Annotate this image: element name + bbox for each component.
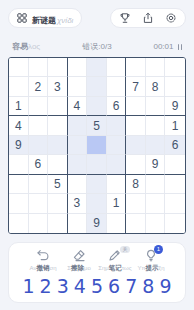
page-title-suffix: χνίδι	[57, 16, 73, 25]
sudoku-board: 23781469451966958319	[8, 57, 186, 234]
bottom-panel: Αν撤销ση Σ擦除μο 关 Σημ笔记τως 1	[8, 242, 186, 303]
sudoku-cell[interactable]	[9, 77, 29, 96]
sudoku-cell[interactable]	[68, 77, 88, 96]
sudoku-cell[interactable]	[107, 155, 127, 174]
sudoku-cell[interactable]	[126, 116, 146, 135]
page-title: 新谜题	[32, 16, 56, 25]
sudoku-cell[interactable]	[48, 136, 68, 155]
digit-button[interactable]: 3	[54, 275, 71, 297]
pause-button[interactable]	[178, 44, 183, 50]
sudoku-cell[interactable]	[126, 214, 146, 233]
sudoku-cell[interactable]: 8	[126, 175, 146, 194]
tool-bar: Αν撤销ση Σ擦除μο 关 Σημ笔记τως 1	[15, 249, 179, 272]
new-puzzle-button[interactable]: 新谜题χνίδι	[8, 8, 82, 28]
sudoku-cell[interactable]	[9, 194, 29, 213]
sudoku-cell[interactable]	[107, 77, 127, 96]
sudoku-cell[interactable]	[9, 58, 29, 77]
sudoku-cell[interactable]	[87, 155, 107, 174]
sudoku-cell[interactable]	[165, 58, 185, 77]
sudoku-cell[interactable]	[68, 214, 88, 233]
sudoku-cell[interactable]	[146, 136, 166, 155]
sudoku-cell[interactable]: 6	[107, 97, 127, 116]
top-actions	[110, 8, 186, 28]
sudoku-cell[interactable]	[29, 136, 49, 155]
sudoku-cell[interactable]	[126, 97, 146, 116]
undo-icon	[36, 249, 50, 262]
sudoku-cell[interactable]: 4	[68, 97, 88, 116]
sudoku-cell[interactable]	[68, 58, 88, 77]
sudoku-cell[interactable]	[48, 58, 68, 77]
settings-icon[interactable]	[165, 12, 177, 24]
sudoku-cell[interactable]: 7	[126, 77, 146, 96]
sudoku-cell[interactable]	[126, 194, 146, 213]
sudoku-cell[interactable]	[126, 155, 146, 174]
sudoku-cell[interactable]: 9	[87, 214, 107, 233]
sudoku-cell[interactable]	[9, 175, 29, 194]
difficulty-label: 容易	[12, 42, 28, 51]
digit-button[interactable]: 7	[123, 275, 140, 297]
digit-button[interactable]: 4	[71, 275, 88, 297]
sudoku-cell[interactable]	[165, 214, 185, 233]
digit-button[interactable]: 2	[37, 275, 54, 297]
sudoku-cell[interactable]	[107, 58, 127, 77]
sudoku-cell[interactable]	[165, 77, 185, 96]
timer: 00:01	[153, 42, 173, 51]
sudoku-cell[interactable]	[146, 175, 166, 194]
erase-button[interactable]: Σ擦除μο	[63, 249, 95, 272]
sudoku-cell[interactable]: 5	[87, 116, 107, 135]
sudoku-cell[interactable]	[9, 155, 29, 174]
sudoku-cell[interactable]	[29, 175, 49, 194]
eraser-icon	[72, 249, 86, 262]
sudoku-cell[interactable]	[29, 116, 49, 135]
sudoku-cell[interactable]	[48, 97, 68, 116]
sudoku-cell[interactable]	[48, 194, 68, 213]
digit-button[interactable]: 1	[20, 275, 37, 297]
sudoku-cell[interactable]	[87, 194, 107, 213]
sudoku-cell[interactable]	[48, 155, 68, 174]
sudoku-cell[interactable]	[165, 175, 185, 194]
grid-icon	[17, 13, 27, 23]
sudoku-cell[interactable]: 9	[146, 155, 166, 174]
sudoku-cell[interactable]	[48, 116, 68, 135]
sudoku-cell[interactable]	[29, 214, 49, 233]
sudoku-cell[interactable]	[68, 175, 88, 194]
sudoku-cell[interactable]	[68, 136, 88, 155]
sudoku-cell[interactable]	[9, 214, 29, 233]
status-row: 容易λος 错误:0/3 00:01	[0, 28, 194, 52]
sudoku-cell[interactable]	[107, 214, 127, 233]
digit-button[interactable]: 9	[157, 275, 174, 297]
sudoku-cell[interactable]: 5	[48, 175, 68, 194]
sudoku-cell[interactable]	[87, 136, 107, 155]
sudoku-cell[interactable]: 8	[146, 77, 166, 96]
sudoku-cell[interactable]: 6	[29, 155, 49, 174]
sudoku-cell[interactable]: 1	[9, 97, 29, 116]
sudoku-cell[interactable]: 9	[9, 136, 29, 155]
sudoku-cell[interactable]: 3	[68, 194, 88, 213]
sudoku-cell[interactable]	[68, 116, 88, 135]
notes-button[interactable]: 关 Σημ笔记τως	[99, 249, 131, 272]
sudoku-cell[interactable]	[146, 58, 166, 77]
sudoku-cell[interactable]	[87, 58, 107, 77]
mistakes-counter: 错误:0/3	[70, 41, 124, 52]
sudoku-cell[interactable]	[29, 58, 49, 77]
sudoku-cell[interactable]	[87, 175, 107, 194]
sudoku-cell[interactable]	[48, 214, 68, 233]
sudoku-cell[interactable]: 4	[9, 116, 29, 135]
sudoku-cell[interactable]	[146, 214, 166, 233]
number-pad: 123456789	[15, 272, 179, 297]
sudoku-cell[interactable]	[29, 194, 49, 213]
digit-button[interactable]: 8	[140, 275, 157, 297]
hint-count-badge: 1	[154, 245, 163, 254]
notes-off-badge: 关	[120, 246, 130, 253]
sudoku-cell[interactable]: 2	[29, 77, 49, 96]
sudoku-cell[interactable]	[146, 194, 166, 213]
top-bar: 新谜题χνίδι	[0, 0, 194, 28]
sudoku-cell[interactable]: 1	[165, 116, 185, 135]
sudoku-cell[interactable]: 3	[48, 77, 68, 96]
sudoku-cell[interactable]	[87, 77, 107, 96]
difficulty-suffix: λος	[28, 42, 40, 51]
sudoku-cell[interactable]	[107, 136, 127, 155]
digit-button[interactable]: 6	[106, 275, 123, 297]
sudoku-cell[interactable]: 6	[165, 136, 185, 155]
sudoku-cell[interactable]	[29, 97, 49, 116]
sudoku-cell[interactable]	[68, 155, 88, 174]
hint-button[interactable]: 1 Υπ提示ξη	[135, 249, 167, 272]
digit-button[interactable]: 5	[89, 275, 106, 297]
sudoku-cell[interactable]	[107, 116, 127, 135]
sudoku-cell[interactable]	[126, 136, 146, 155]
sudoku-cell[interactable]: 1	[107, 194, 127, 213]
trophy-icon[interactable]	[119, 12, 131, 24]
sudoku-cell[interactable]	[146, 97, 166, 116]
sudoku-cell[interactable]	[126, 58, 146, 77]
sudoku-cell[interactable]	[165, 194, 185, 213]
sudoku-cell[interactable]	[146, 116, 166, 135]
sudoku-cell[interactable]	[165, 155, 185, 174]
sudoku-cell[interactable]	[107, 175, 127, 194]
undo-button[interactable]: Αν撤销ση	[27, 249, 59, 272]
share-icon[interactable]	[142, 12, 154, 24]
sudoku-cell[interactable]: 9	[165, 97, 185, 116]
sudoku-cell[interactable]	[87, 97, 107, 116]
